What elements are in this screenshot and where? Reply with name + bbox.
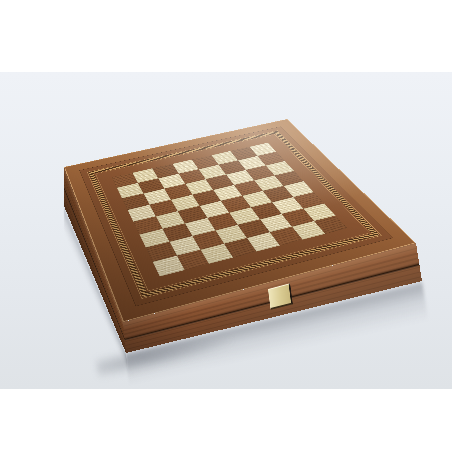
photo-canvas — [0, 0, 452, 452]
chess-box — [0, 0, 452, 452]
brass-clasp — [268, 283, 293, 310]
